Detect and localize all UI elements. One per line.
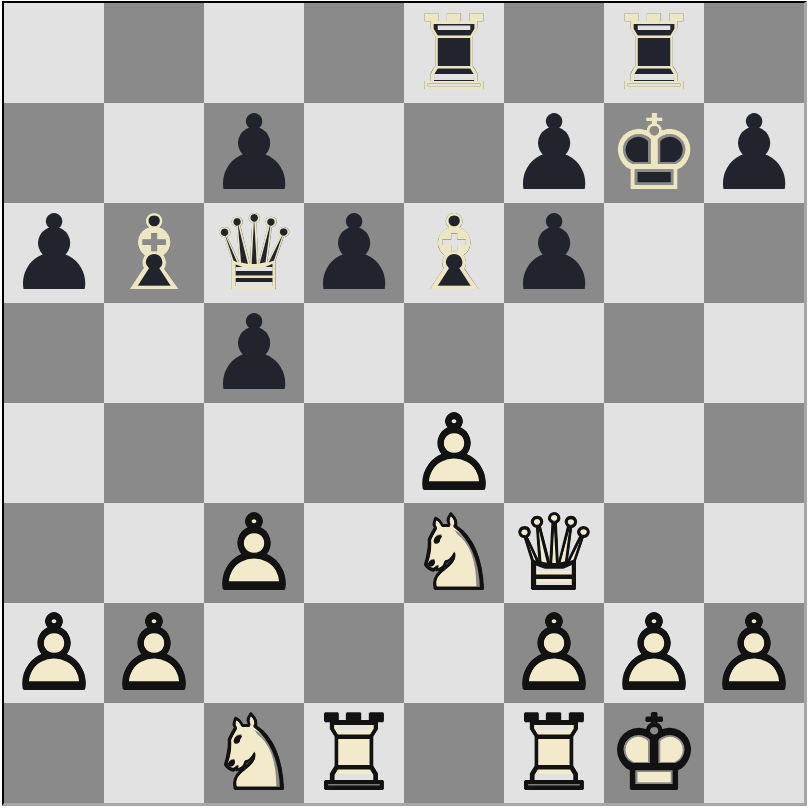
square-d4[interactable] xyxy=(304,403,404,503)
square-h5[interactable] xyxy=(704,303,804,403)
white-rook-outline-icon: ♖ xyxy=(504,703,604,803)
black-queen-outline-icon: ♕ xyxy=(204,203,304,303)
black-pawn-icon: ♟ xyxy=(304,203,404,303)
square-b5[interactable] xyxy=(104,303,204,403)
square-d3[interactable] xyxy=(304,503,404,603)
square-f5[interactable] xyxy=(504,303,604,403)
square-e4[interactable]: ♟♙ xyxy=(404,403,504,503)
white-rook-outline-icon: ♖ xyxy=(304,703,404,803)
square-h1[interactable] xyxy=(704,703,804,803)
white-knight[interactable]: ♞♘ xyxy=(404,503,504,603)
black-bishop-outline-icon: ♗ xyxy=(404,203,504,303)
square-h8[interactable] xyxy=(704,3,804,103)
square-f7[interactable]: ♟♙ xyxy=(504,103,604,203)
square-d2[interactable] xyxy=(304,603,404,703)
square-b6[interactable]: ♝♗ xyxy=(104,203,204,303)
black-king[interactable]: ♚♔ xyxy=(604,103,704,203)
white-rook[interactable]: ♜♖ xyxy=(304,703,404,803)
black-pawn-icon: ♟ xyxy=(204,103,304,203)
white-pawn[interactable]: ♟♙ xyxy=(604,603,704,703)
black-rook-outline-icon: ♖ xyxy=(404,3,504,103)
square-h6[interactable] xyxy=(704,203,804,303)
square-d6[interactable]: ♟♙ xyxy=(304,203,404,303)
black-pawn-icon: ♟ xyxy=(704,103,804,203)
white-queen-outline-icon: ♕ xyxy=(504,503,604,603)
black-rook[interactable]: ♜♖ xyxy=(404,3,504,103)
square-e1[interactable] xyxy=(404,703,504,803)
square-e6[interactable]: ♝♗ xyxy=(404,203,504,303)
square-c7[interactable]: ♟♙ xyxy=(204,103,304,203)
square-e2[interactable] xyxy=(404,603,504,703)
white-knight-outline-icon: ♘ xyxy=(204,703,304,803)
square-g2[interactable]: ♟♙ xyxy=(604,603,704,703)
square-g1[interactable]: ♚♔ xyxy=(604,703,704,803)
white-pawn-outline-icon: ♙ xyxy=(504,603,604,703)
square-g3[interactable] xyxy=(604,503,704,603)
white-pawn-outline-icon: ♙ xyxy=(104,603,204,703)
white-pawn[interactable]: ♟♙ xyxy=(404,403,504,503)
black-pawn[interactable]: ♟♙ xyxy=(704,103,804,203)
square-h3[interactable] xyxy=(704,503,804,603)
square-g6[interactable] xyxy=(604,203,704,303)
square-b8[interactable] xyxy=(104,3,204,103)
white-king[interactable]: ♚♔ xyxy=(604,703,704,803)
white-knight-outline-icon: ♘ xyxy=(404,503,504,603)
square-a5[interactable] xyxy=(4,303,104,403)
square-f3[interactable]: ♛♕ xyxy=(504,503,604,603)
square-g4[interactable] xyxy=(604,403,704,503)
white-knight[interactable]: ♞♘ xyxy=(204,703,304,803)
white-rook[interactable]: ♜♖ xyxy=(504,703,604,803)
square-d1[interactable]: ♜♖ xyxy=(304,703,404,803)
square-f8[interactable] xyxy=(504,3,604,103)
white-pawn-outline-icon: ♙ xyxy=(204,503,304,603)
square-f1[interactable]: ♜♖ xyxy=(504,703,604,803)
chess-board-grid: ♜♖♜♖♟♙♟♙♚♔♟♙♟♙♝♗♛♕♟♙♝♗♟♙♟♙♟♙♟♙♞♘♛♕♟♙♟♙♟♙… xyxy=(4,3,804,803)
square-f6[interactable]: ♟♙ xyxy=(504,203,604,303)
chess-board: ♜♖♜♖♟♙♟♙♚♔♟♙♟♙♝♗♛♕♟♙♝♗♟♙♟♙♟♙♟♙♞♘♛♕♟♙♟♙♟♙… xyxy=(2,1,807,806)
black-bishop-outline-icon: ♗ xyxy=(104,203,204,303)
square-f4[interactable] xyxy=(504,403,604,503)
square-c8[interactable] xyxy=(204,3,304,103)
square-h7[interactable]: ♟♙ xyxy=(704,103,804,203)
square-b7[interactable] xyxy=(104,103,204,203)
square-b3[interactable] xyxy=(104,503,204,603)
square-e8[interactable]: ♜♖ xyxy=(404,3,504,103)
white-queen[interactable]: ♛♕ xyxy=(504,503,604,603)
square-a2[interactable]: ♟♙ xyxy=(4,603,104,703)
square-c4[interactable] xyxy=(204,403,304,503)
black-pawn[interactable]: ♟♙ xyxy=(304,203,404,303)
white-pawn[interactable]: ♟♙ xyxy=(104,603,204,703)
white-pawn-outline-icon: ♙ xyxy=(404,403,504,503)
square-b4[interactable] xyxy=(104,403,204,503)
square-h4[interactable] xyxy=(704,403,804,503)
square-h2[interactable]: ♟♙ xyxy=(704,603,804,703)
square-a4[interactable] xyxy=(4,403,104,503)
square-a6[interactable]: ♟♙ xyxy=(4,203,104,303)
square-c5[interactable]: ♟♙ xyxy=(204,303,304,403)
square-c2[interactable] xyxy=(204,603,304,703)
square-e3[interactable]: ♞♘ xyxy=(404,503,504,603)
black-queen[interactable]: ♛♕ xyxy=(204,203,304,303)
square-d5[interactable] xyxy=(304,303,404,403)
square-d8[interactable] xyxy=(304,3,404,103)
black-bishop[interactable]: ♝♗ xyxy=(404,203,504,303)
square-g8[interactable]: ♜♖ xyxy=(604,3,704,103)
black-rook-outline-icon: ♖ xyxy=(604,3,704,103)
square-b2[interactable]: ♟♙ xyxy=(104,603,204,703)
black-pawn-icon: ♟ xyxy=(504,203,604,303)
square-a7[interactable] xyxy=(4,103,104,203)
white-king-outline-icon: ♔ xyxy=(604,703,704,803)
square-c1[interactable]: ♞♘ xyxy=(204,703,304,803)
black-king-outline-icon: ♔ xyxy=(604,103,704,203)
square-g5[interactable] xyxy=(604,303,704,403)
white-pawn[interactable]: ♟♙ xyxy=(204,503,304,603)
square-g7[interactable]: ♚♔ xyxy=(604,103,704,203)
square-e7[interactable] xyxy=(404,103,504,203)
square-a3[interactable] xyxy=(4,503,104,603)
black-pawn-icon: ♟ xyxy=(204,303,304,403)
chess-board-frame: ♜♖♜♖♟♙♟♙♚♔♟♙♟♙♝♗♛♕♟♙♝♗♟♙♟♙♟♙♟♙♞♘♛♕♟♙♟♙♟♙… xyxy=(0,0,808,808)
black-pawn-icon: ♟ xyxy=(504,103,604,203)
square-f2[interactable]: ♟♙ xyxy=(504,603,604,703)
square-b1[interactable] xyxy=(104,703,204,803)
white-pawn-outline-icon: ♙ xyxy=(704,603,804,703)
black-pawn[interactable]: ♟♙ xyxy=(504,203,604,303)
white-pawn-outline-icon: ♙ xyxy=(604,603,704,703)
black-pawn-icon: ♟ xyxy=(4,203,104,303)
black-pawn[interactable]: ♟♙ xyxy=(204,103,304,203)
square-c6[interactable]: ♛♕ xyxy=(204,203,304,303)
black-pawn[interactable]: ♟♙ xyxy=(504,103,604,203)
square-c3[interactable]: ♟♙ xyxy=(204,503,304,603)
white-pawn[interactable]: ♟♙ xyxy=(704,603,804,703)
white-pawn[interactable]: ♟♙ xyxy=(4,603,104,703)
square-a8[interactable] xyxy=(4,3,104,103)
square-a1[interactable] xyxy=(4,703,104,803)
black-pawn[interactable]: ♟♙ xyxy=(204,303,304,403)
square-d7[interactable] xyxy=(304,103,404,203)
white-pawn-outline-icon: ♙ xyxy=(4,603,104,703)
black-pawn[interactable]: ♟♙ xyxy=(4,203,104,303)
white-pawn[interactable]: ♟♙ xyxy=(504,603,604,703)
black-rook[interactable]: ♜♖ xyxy=(604,3,704,103)
square-e5[interactable] xyxy=(404,303,504,403)
black-bishop[interactable]: ♝♗ xyxy=(104,203,204,303)
